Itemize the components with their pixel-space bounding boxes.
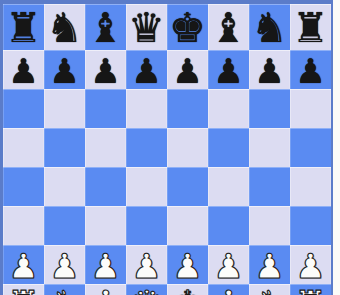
square-g7[interactable]: ♟ bbox=[249, 50, 290, 89]
piece-black-queen: ♛ bbox=[128, 8, 165, 49]
square-a5[interactable] bbox=[3, 128, 44, 167]
square-b4[interactable] bbox=[44, 167, 85, 206]
chess-board-frame: ♜♞♝♛♚♝♞♜♟♟♟♟♟♟♟♟♟♟♟♟♟♟♟♟♜♞♝♛♚♝♞♜ bbox=[0, 0, 333, 295]
square-c6[interactable] bbox=[85, 89, 126, 128]
piece-black-pawn: ♟ bbox=[213, 54, 243, 88]
square-g6[interactable] bbox=[249, 89, 290, 128]
square-a8[interactable]: ♜ bbox=[3, 4, 44, 50]
square-a7[interactable]: ♟ bbox=[3, 50, 44, 89]
square-b6[interactable] bbox=[44, 89, 85, 128]
square-b2[interactable]: ♟ bbox=[44, 245, 85, 284]
piece-black-bishop: ♝ bbox=[210, 8, 247, 49]
square-a3[interactable] bbox=[3, 206, 44, 245]
square-d6[interactable] bbox=[126, 89, 167, 128]
piece-black-knight: ♞ bbox=[251, 8, 288, 49]
square-b8[interactable]: ♞ bbox=[44, 4, 85, 50]
piece-black-pawn: ♟ bbox=[49, 54, 79, 88]
square-d3[interactable] bbox=[126, 206, 167, 245]
square-c7[interactable]: ♟ bbox=[85, 50, 126, 89]
piece-black-pawn: ♟ bbox=[172, 54, 202, 88]
square-f4[interactable] bbox=[208, 167, 249, 206]
piece-white-rook: ♜ bbox=[7, 286, 40, 295]
square-c5[interactable] bbox=[85, 128, 126, 167]
square-h6[interactable] bbox=[290, 89, 331, 128]
piece-white-knight: ♞ bbox=[48, 286, 81, 295]
square-f8[interactable]: ♝ bbox=[208, 4, 249, 50]
piece-white-pawn: ♟ bbox=[90, 249, 120, 283]
square-g2[interactable]: ♟ bbox=[249, 245, 290, 284]
square-c3[interactable] bbox=[85, 206, 126, 245]
piece-white-pawn: ♟ bbox=[49, 249, 79, 283]
square-e1[interactable]: ♚ bbox=[167, 284, 208, 295]
square-f5[interactable] bbox=[208, 128, 249, 167]
square-a2[interactable]: ♟ bbox=[3, 245, 44, 284]
piece-black-bishop: ♝ bbox=[87, 8, 124, 49]
piece-white-bishop: ♝ bbox=[212, 286, 245, 295]
piece-white-pawn: ♟ bbox=[254, 249, 284, 283]
piece-white-pawn: ♟ bbox=[295, 249, 325, 283]
square-h4[interactable] bbox=[290, 167, 331, 206]
square-f6[interactable] bbox=[208, 89, 249, 128]
piece-white-pawn: ♟ bbox=[213, 249, 243, 283]
square-g8[interactable]: ♞ bbox=[249, 4, 290, 50]
square-g5[interactable] bbox=[249, 128, 290, 167]
square-g1[interactable]: ♞ bbox=[249, 284, 290, 295]
piece-white-pawn: ♟ bbox=[8, 249, 38, 283]
square-a1[interactable]: ♜ bbox=[3, 284, 44, 295]
square-e6[interactable] bbox=[167, 89, 208, 128]
square-h8[interactable]: ♜ bbox=[290, 4, 331, 50]
chess-board: ♜♞♝♛♚♝♞♜♟♟♟♟♟♟♟♟♟♟♟♟♟♟♟♟♜♞♝♛♚♝♞♜ bbox=[3, 4, 331, 295]
piece-black-rook: ♜ bbox=[292, 8, 329, 49]
square-b5[interactable] bbox=[44, 128, 85, 167]
piece-white-queen: ♛ bbox=[130, 286, 163, 295]
square-d5[interactable] bbox=[126, 128, 167, 167]
square-a6[interactable] bbox=[3, 89, 44, 128]
square-e2[interactable]: ♟ bbox=[167, 245, 208, 284]
piece-white-knight: ♞ bbox=[253, 286, 286, 295]
square-h3[interactable] bbox=[290, 206, 331, 245]
square-a4[interactable] bbox=[3, 167, 44, 206]
piece-black-pawn: ♟ bbox=[90, 54, 120, 88]
piece-black-king: ♚ bbox=[169, 8, 206, 49]
piece-white-pawn: ♟ bbox=[131, 249, 161, 283]
piece-white-rook: ♜ bbox=[294, 286, 327, 295]
piece-black-pawn: ♟ bbox=[8, 54, 38, 88]
piece-black-knight: ♞ bbox=[46, 8, 83, 49]
square-h7[interactable]: ♟ bbox=[290, 50, 331, 89]
square-d1[interactable]: ♛ bbox=[126, 284, 167, 295]
piece-white-bishop: ♝ bbox=[89, 286, 122, 295]
square-c8[interactable]: ♝ bbox=[85, 4, 126, 50]
square-h2[interactable]: ♟ bbox=[290, 245, 331, 284]
piece-black-rook: ♜ bbox=[5, 8, 42, 49]
square-d4[interactable] bbox=[126, 167, 167, 206]
piece-black-pawn: ♟ bbox=[295, 54, 325, 88]
square-c4[interactable] bbox=[85, 167, 126, 206]
square-e5[interactable] bbox=[167, 128, 208, 167]
piece-white-pawn: ♟ bbox=[172, 249, 202, 283]
square-c2[interactable]: ♟ bbox=[85, 245, 126, 284]
piece-black-pawn: ♟ bbox=[131, 54, 161, 88]
square-g4[interactable] bbox=[249, 167, 290, 206]
square-f3[interactable] bbox=[208, 206, 249, 245]
square-f7[interactable]: ♟ bbox=[208, 50, 249, 89]
square-b3[interactable] bbox=[44, 206, 85, 245]
square-b7[interactable]: ♟ bbox=[44, 50, 85, 89]
square-h5[interactable] bbox=[290, 128, 331, 167]
square-d2[interactable]: ♟ bbox=[126, 245, 167, 284]
square-h1[interactable]: ♜ bbox=[290, 284, 331, 295]
square-b1[interactable]: ♞ bbox=[44, 284, 85, 295]
square-e4[interactable] bbox=[167, 167, 208, 206]
piece-black-pawn: ♟ bbox=[254, 54, 284, 88]
square-c1[interactable]: ♝ bbox=[85, 284, 126, 295]
square-f1[interactable]: ♝ bbox=[208, 284, 249, 295]
square-d8[interactable]: ♛ bbox=[126, 4, 167, 50]
square-e8[interactable]: ♚ bbox=[167, 4, 208, 50]
piece-white-king: ♚ bbox=[171, 286, 204, 295]
square-e3[interactable] bbox=[167, 206, 208, 245]
square-e7[interactable]: ♟ bbox=[167, 50, 208, 89]
square-d7[interactable]: ♟ bbox=[126, 50, 167, 89]
square-g3[interactable] bbox=[249, 206, 290, 245]
square-f2[interactable]: ♟ bbox=[208, 245, 249, 284]
